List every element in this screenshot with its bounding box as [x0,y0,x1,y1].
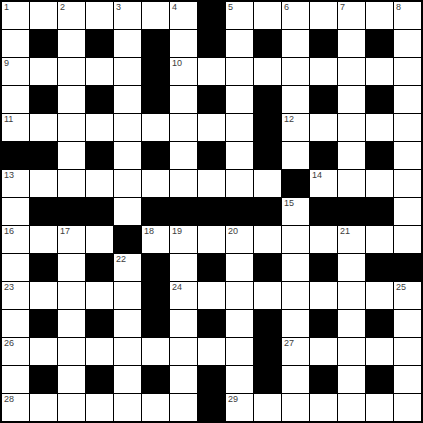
clue-number: 19 [172,226,182,237]
crossword-cell[interactable] [310,226,337,253]
crossword-cell[interactable] [30,226,57,253]
crossword-cell[interactable]: 9 [2,58,29,85]
crossword-cell[interactable]: 5 [226,2,253,29]
crossword-cell[interactable] [114,338,141,365]
crossword-cell[interactable] [58,338,85,365]
crossword-cell[interactable] [338,254,365,281]
crossword-cell[interactable] [58,254,85,281]
blocked-cell [254,310,281,337]
crossword-cell[interactable] [170,338,197,365]
crossword-cell[interactable] [310,58,337,85]
blocked-cell [114,226,141,253]
crossword-cell[interactable] [114,86,141,113]
blocked-cell [142,366,169,393]
blocked-cell [366,366,393,393]
crossword-cell[interactable]: 12 [282,114,309,141]
crossword-cell[interactable] [114,142,141,169]
blocked-cell [86,310,113,337]
blocked-cell [310,366,337,393]
blocked-cell [86,142,113,169]
crossword-cell[interactable] [30,394,57,421]
blocked-cell [310,310,337,337]
crossword-cell[interactable]: 19 [170,226,197,253]
crossword-cell[interactable] [198,282,225,309]
crossword-cell[interactable] [310,394,337,421]
crossword-puzzle: 1234567891011121314151617181920212223242… [0,0,423,423]
blocked-cell [142,254,169,281]
clue-number: 15 [284,198,294,209]
blocked-cell [226,198,253,225]
clue-number: 10 [172,58,182,69]
crossword-cell[interactable] [58,394,85,421]
crossword-cell[interactable] [310,114,337,141]
clue-number: 11 [4,114,13,125]
crossword-cell[interactable] [30,170,57,197]
crossword-cell[interactable] [394,142,421,169]
blocked-cell [198,254,225,281]
crossword-cell[interactable] [226,142,253,169]
blocked-cell [254,30,281,57]
crossword-cell[interactable] [338,338,365,365]
crossword-cell[interactable]: 23 [2,282,29,309]
clue-number: 4 [172,2,177,13]
crossword-cell[interactable] [30,58,57,85]
crossword-cell[interactable] [366,170,393,197]
clue-number: 21 [340,226,350,237]
crossword-cell[interactable] [338,142,365,169]
blocked-cell [30,30,57,57]
blocked-cell [30,254,57,281]
blocked-cell [170,198,197,225]
blocked-cell [366,198,393,225]
crossword-cell[interactable] [114,30,141,57]
blocked-cell [30,86,57,113]
blocked-cell [198,2,225,29]
blocked-cell [142,86,169,113]
clue-number: 18 [144,226,154,237]
blocked-cell [142,282,169,309]
clue-number: 22 [116,254,126,265]
crossword-cell[interactable]: 15 [282,198,309,225]
blocked-cell [254,254,281,281]
crossword-cell[interactable] [2,310,29,337]
clue-number: 7 [340,2,345,13]
blocked-cell [366,142,393,169]
clue-number: 16 [4,226,14,237]
blocked-cell [254,142,281,169]
crossword-cell[interactable] [58,282,85,309]
crossword-cell[interactable] [86,394,113,421]
crossword-cell[interactable] [282,226,309,253]
crossword-cell[interactable] [58,86,85,113]
crossword-cell[interactable] [282,366,309,393]
crossword-cell[interactable] [58,366,85,393]
crossword-cell[interactable] [142,338,169,365]
crossword-cell[interactable] [86,226,113,253]
blocked-cell [198,310,225,337]
crossword-cell[interactable] [86,114,113,141]
crossword-cell[interactable] [198,226,225,253]
crossword-cell[interactable] [394,310,421,337]
blocked-cell [30,366,57,393]
crossword-cell[interactable] [226,170,253,197]
crossword-cell[interactable] [170,142,197,169]
crossword-cell[interactable] [58,142,85,169]
crossword-cell[interactable] [142,394,169,421]
crossword-cell[interactable] [2,86,29,113]
blocked-cell [198,198,225,225]
crossword-cell[interactable] [2,254,29,281]
crossword-cell[interactable]: 18 [142,226,169,253]
crossword-cell[interactable] [394,226,421,253]
crossword-cell[interactable] [142,2,169,29]
clue-number: 25 [396,282,406,293]
clue-number: 28 [4,394,14,405]
crossword-cell[interactable] [86,2,113,29]
blocked-cell [310,86,337,113]
clue-number: 3 [116,2,121,13]
crossword-cell[interactable] [366,114,393,141]
crossword-cell[interactable] [254,2,281,29]
crossword-cell[interactable]: 27 [282,338,309,365]
crossword-cell[interactable] [366,2,393,29]
clue-number: 5 [228,2,233,13]
crossword-cell[interactable] [226,254,253,281]
crossword-cell[interactable] [30,2,57,29]
clue-number: 12 [284,114,294,125]
blocked-cell [254,366,281,393]
crossword-cell[interactable] [254,58,281,85]
crossword-cell[interactable] [114,310,141,337]
crossword-cell[interactable] [170,30,197,57]
clue-number: 13 [4,170,14,181]
clue-number: 2 [60,2,65,13]
crossword-cell[interactable] [338,366,365,393]
crossword-cell[interactable] [58,310,85,337]
crossword-cell[interactable] [198,170,225,197]
crossword-cell[interactable] [86,58,113,85]
crossword-cell[interactable] [2,198,29,225]
clue-number: 27 [284,338,294,349]
blocked-cell [366,310,393,337]
blocked-cell [198,30,225,57]
crossword-grid: 1234567891011121314151617181920212223242… [0,0,423,423]
crossword-cell[interactable] [30,282,57,309]
clue-number: 6 [284,2,289,13]
crossword-cell[interactable]: 8 [394,2,421,29]
crossword-cell[interactable] [366,338,393,365]
crossword-cell[interactable]: 20 [226,226,253,253]
crossword-cell[interactable] [114,282,141,309]
clue-number: 14 [312,170,322,181]
blocked-cell [86,254,113,281]
crossword-cell[interactable] [338,282,365,309]
crossword-cell[interactable] [338,170,365,197]
blocked-cell [30,310,57,337]
crossword-cell[interactable] [338,86,365,113]
crossword-cell[interactable] [394,338,421,365]
clue-number: 29 [228,394,238,405]
crossword-cell[interactable] [114,58,141,85]
crossword-cell[interactable] [338,114,365,141]
crossword-cell[interactable] [2,366,29,393]
crossword-cell[interactable] [114,170,141,197]
blocked-cell [310,30,337,57]
blocked-cell [2,142,29,169]
crossword-cell[interactable] [30,338,57,365]
crossword-cell[interactable] [366,282,393,309]
clue-number: 20 [228,226,238,237]
blocked-cell [30,198,57,225]
clue-number: 1 [4,2,9,13]
crossword-cell[interactable] [394,366,421,393]
crossword-cell[interactable] [114,394,141,421]
crossword-cell[interactable] [282,310,309,337]
blocked-cell [198,366,225,393]
crossword-cell[interactable] [282,282,309,309]
crossword-cell[interactable] [254,394,281,421]
crossword-cell[interactable] [366,394,393,421]
crossword-cell[interactable]: 4 [170,2,197,29]
crossword-cell[interactable] [58,30,85,57]
crossword-cell[interactable] [254,226,281,253]
crossword-cell[interactable] [310,338,337,365]
crossword-cell[interactable]: 26 [2,338,29,365]
blocked-cell [394,254,421,281]
crossword-cell[interactable] [170,86,197,113]
clue-number: 9 [4,58,9,69]
crossword-cell[interactable] [114,198,141,225]
clue-number: 23 [4,282,14,293]
crossword-cell[interactable] [30,114,57,141]
blocked-cell [142,142,169,169]
blocked-cell [198,142,225,169]
blocked-cell [142,30,169,57]
crossword-cell[interactable] [198,114,225,141]
crossword-cell[interactable] [394,30,421,57]
crossword-cell[interactable] [226,338,253,365]
blocked-cell [86,198,113,225]
crossword-cell[interactable] [282,142,309,169]
crossword-cell[interactable] [58,114,85,141]
crossword-cell[interactable]: 16 [2,226,29,253]
crossword-cell[interactable] [170,254,197,281]
crossword-cell[interactable] [170,310,197,337]
clue-number: 17 [60,226,70,237]
crossword-cell[interactable] [170,394,197,421]
crossword-cell[interactable] [198,338,225,365]
crossword-cell[interactable]: 3 [114,2,141,29]
crossword-cell[interactable] [338,310,365,337]
crossword-cell[interactable]: 7 [338,2,365,29]
crossword-cell[interactable] [226,282,253,309]
crossword-cell[interactable] [58,170,85,197]
blocked-cell [142,310,169,337]
crossword-cell[interactable] [226,114,253,141]
blocked-cell [198,86,225,113]
crossword-cell[interactable] [2,30,29,57]
crossword-cell[interactable] [86,170,113,197]
crossword-cell[interactable]: 29 [226,394,253,421]
crossword-cell[interactable] [310,2,337,29]
crossword-cell[interactable] [282,254,309,281]
crossword-cell[interactable] [366,58,393,85]
crossword-cell[interactable]: 17 [58,226,85,253]
crossword-cell[interactable]: 21 [338,226,365,253]
clue-number: 24 [172,282,182,293]
crossword-cell[interactable] [170,366,197,393]
crossword-cell[interactable] [282,394,309,421]
blocked-cell [366,86,393,113]
blocked-cell [254,198,281,225]
blocked-cell [254,114,281,141]
blocked-cell [366,30,393,57]
blocked-cell [310,198,337,225]
crossword-cell[interactable] [226,366,253,393]
blocked-cell [142,58,169,85]
crossword-cell[interactable] [226,310,253,337]
blocked-cell [366,254,393,281]
crossword-cell[interactable] [170,170,197,197]
crossword-cell[interactable]: 13 [2,170,29,197]
blocked-cell [254,338,281,365]
crossword-cell[interactable]: 24 [170,282,197,309]
crossword-cell[interactable]: 25 [394,282,421,309]
crossword-cell[interactable]: 2 [58,2,85,29]
crossword-cell[interactable]: 28 [2,394,29,421]
crossword-cell[interactable]: 6 [282,2,309,29]
crossword-cell[interactable] [114,366,141,393]
crossword-cell[interactable] [58,58,85,85]
crossword-cell[interactable] [254,282,281,309]
crossword-cell[interactable] [338,394,365,421]
crossword-cell[interactable] [394,58,421,85]
blocked-cell [254,86,281,113]
crossword-cell[interactable]: 1 [2,2,29,29]
crossword-cell[interactable] [282,58,309,85]
crossword-cell[interactable] [282,86,309,113]
blocked-cell [86,30,113,57]
crossword-cell[interactable] [142,114,169,141]
crossword-cell[interactable] [226,58,253,85]
blocked-cell [30,142,57,169]
crossword-cell[interactable] [142,170,169,197]
blocked-cell [338,198,365,225]
blocked-cell [310,142,337,169]
blocked-cell [86,366,113,393]
blocked-cell [86,86,113,113]
crossword-cell[interactable] [86,282,113,309]
crossword-cell[interactable] [394,170,421,197]
crossword-cell[interactable] [394,114,421,141]
crossword-cell[interactable] [366,226,393,253]
crossword-cell[interactable] [198,58,225,85]
crossword-cell[interactable]: 22 [114,254,141,281]
crossword-cell[interactable] [282,30,309,57]
crossword-cell[interactable]: 14 [310,170,337,197]
crossword-cell[interactable]: 11 [2,114,29,141]
crossword-cell[interactable] [170,114,197,141]
crossword-cell[interactable] [394,394,421,421]
crossword-cell[interactable] [394,198,421,225]
crossword-cell[interactable] [338,30,365,57]
crossword-cell[interactable]: 10 [170,58,197,85]
blocked-cell [58,198,85,225]
crossword-cell[interactable] [86,338,113,365]
crossword-cell[interactable] [226,86,253,113]
clue-number: 8 [396,2,401,13]
crossword-cell[interactable] [310,282,337,309]
blocked-cell [282,170,309,197]
crossword-cell[interactable] [338,58,365,85]
blocked-cell [142,198,169,225]
clue-number: 26 [4,338,14,349]
blocked-cell [310,254,337,281]
blocked-cell [198,394,225,421]
crossword-cell[interactable] [394,86,421,113]
crossword-cell[interactable] [254,170,281,197]
crossword-cell[interactable] [114,114,141,141]
crossword-cell[interactable] [226,30,253,57]
